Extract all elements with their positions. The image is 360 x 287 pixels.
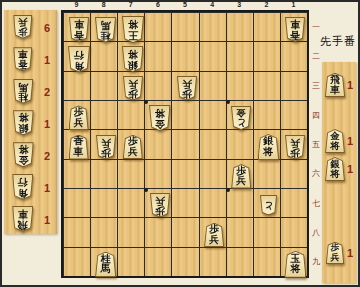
piece-kanji: 兵 bbox=[236, 176, 246, 187]
piece-sente-rook[interactable]: 飛車 bbox=[325, 73, 345, 97]
file-label-5: 5 bbox=[183, 1, 187, 8]
piece-kanji: 香 bbox=[290, 30, 300, 41]
piece-kanji: と bbox=[264, 201, 273, 211]
gote-hand-count-rook: 1 bbox=[44, 214, 50, 226]
piece-kanji: 兵 bbox=[128, 78, 138, 89]
piece-sente-silver[interactable]: 銀将 bbox=[325, 157, 345, 181]
file-label-1: 1 bbox=[291, 1, 295, 8]
piece-25-sente-silver[interactable]: 銀将 bbox=[258, 134, 280, 160]
piece-kanji: 金 bbox=[155, 118, 165, 129]
piece-kanji: 銀 bbox=[18, 123, 28, 134]
gote-hand-count-lance: 1 bbox=[44, 54, 50, 66]
piece-kanji: 兵 bbox=[128, 147, 138, 158]
gote-hand-stand[interactable]: 歩兵6香車1桂馬2銀将1金将2角行1飛車1 bbox=[4, 10, 57, 234]
piece-27-gote-tokin[interactable]: と bbox=[260, 195, 277, 216]
file-label-2: 2 bbox=[264, 1, 268, 8]
piece-36-sente-pawn[interactable]: 歩兵 bbox=[231, 164, 251, 189]
piece-kanji: 兵 bbox=[209, 235, 219, 246]
piece-89-sente-knight[interactable]: 桂馬 bbox=[95, 252, 116, 278]
gote-hand-count-knight: 2 bbox=[44, 86, 50, 98]
piece-75-sente-pawn[interactable]: 歩兵 bbox=[123, 135, 143, 160]
shogi-app-window: { "game": "shogi", "turn_indicator": "先手… bbox=[0, 0, 360, 287]
piece-kanji: 将 bbox=[290, 264, 300, 275]
piece-kanji: 兵 bbox=[74, 118, 84, 129]
file-label-3: 3 bbox=[237, 1, 241, 8]
piece-kanji: 兵 bbox=[155, 195, 165, 206]
gote-hand-count-pawn: 6 bbox=[44, 22, 50, 34]
piece-kanji: 車 bbox=[18, 49, 28, 59]
rank-label-5: 五 bbox=[311, 139, 321, 150]
sente-hand-count-silver: 1 bbox=[347, 163, 353, 175]
rank-label-2: 二 bbox=[311, 51, 321, 62]
piece-gote-lance[interactable]: 香車 bbox=[13, 47, 32, 71]
piece-kanji: 将 bbox=[330, 169, 339, 179]
piece-kanji: 兵 bbox=[291, 136, 301, 147]
piece-kanji: 将 bbox=[330, 141, 339, 151]
piece-kanji: 歩 bbox=[128, 88, 138, 99]
piece-kanji: 将 bbox=[128, 48, 138, 59]
piece-kanji: 将 bbox=[128, 19, 138, 30]
piece-kanji: 車 bbox=[18, 208, 28, 219]
rank-label-3: 三 bbox=[311, 80, 321, 91]
piece-kanji: 歩 bbox=[291, 147, 301, 158]
sente-hand-count-gold: 1 bbox=[347, 135, 353, 147]
piece-15-gote-pawn[interactable]: 歩兵 bbox=[285, 135, 305, 160]
piece-kanji: 歩 bbox=[155, 206, 165, 217]
piece-gote-pawn[interactable]: 歩兵 bbox=[13, 15, 32, 39]
file-label-9: 9 bbox=[75, 1, 79, 8]
gote-hand-count-bishop: 1 bbox=[44, 182, 50, 194]
piece-kanji: 将 bbox=[155, 107, 165, 118]
piece-53-gote-pawn[interactable]: 歩兵 bbox=[177, 76, 197, 101]
piece-72-gote-silver[interactable]: 銀将 bbox=[122, 46, 144, 72]
piece-kanji: 兵 bbox=[101, 136, 111, 147]
piece-kanji: 歩 bbox=[18, 27, 27, 37]
piece-kanji: 将 bbox=[263, 147, 273, 158]
sente-hand-count-pawn: 1 bbox=[347, 247, 353, 259]
hoshi-star-point bbox=[226, 188, 230, 192]
piece-kanji: 行 bbox=[74, 48, 84, 59]
piece-kanji: 馬 bbox=[101, 19, 111, 30]
rank-label-9: 九 bbox=[311, 256, 321, 267]
piece-81-gote-knight[interactable]: 桂馬 bbox=[95, 17, 116, 43]
piece-kanji: 歩 bbox=[101, 147, 111, 158]
piece-kanji: 香 bbox=[18, 59, 28, 69]
piece-kanji: 兵 bbox=[18, 17, 27, 27]
piece-34-gote-tokin[interactable]: と金 bbox=[231, 106, 251, 130]
file-label-7: 7 bbox=[129, 1, 133, 8]
piece-gote-bishop[interactable]: 角行 bbox=[12, 174, 33, 200]
gote-hand-count-silver: 1 bbox=[44, 118, 50, 130]
piece-71-gote-king[interactable]: 王将 bbox=[122, 16, 144, 43]
piece-kanji: 行 bbox=[18, 176, 28, 187]
file-label-6: 6 bbox=[156, 1, 160, 8]
file-label-8: 8 bbox=[102, 1, 106, 8]
piece-94-sente-pawn[interactable]: 歩兵 bbox=[69, 105, 89, 130]
piece-11-gote-lance[interactable]: 香車 bbox=[285, 17, 305, 42]
piece-kanji: 兵 bbox=[182, 78, 192, 89]
piece-kanji: 桂 bbox=[18, 91, 28, 102]
piece-gote-gold[interactable]: 金将 bbox=[13, 142, 34, 167]
piece-kanji: 香 bbox=[74, 30, 84, 41]
file-label-4: 4 bbox=[210, 1, 214, 8]
piece-kanji: 車 bbox=[330, 85, 340, 95]
piece-19-sente-king[interactable]: 玉将 bbox=[284, 251, 306, 278]
piece-64-gote-gold[interactable]: 金将 bbox=[149, 105, 171, 131]
rank-label-1: 一 bbox=[311, 21, 321, 32]
piece-kanji: 兵 bbox=[331, 253, 340, 263]
piece-67-gote-pawn[interactable]: 歩兵 bbox=[150, 193, 170, 218]
rank-label-6: 六 bbox=[311, 168, 321, 179]
piece-73-gote-pawn[interactable]: 歩兵 bbox=[123, 76, 143, 101]
piece-kanji: 王 bbox=[128, 30, 138, 41]
sente-hand-count-rook: 1 bbox=[347, 79, 353, 91]
piece-48-sente-pawn[interactable]: 歩兵 bbox=[204, 223, 224, 248]
piece-kanji: 角 bbox=[18, 187, 28, 198]
piece-kanji: 将 bbox=[18, 144, 28, 155]
turn-indicator: 先手番 bbox=[320, 34, 358, 49]
piece-kanji: 飛 bbox=[18, 219, 28, 230]
piece-kanji: 車 bbox=[290, 19, 300, 30]
piece-92-gote-bishop[interactable]: 角行 bbox=[68, 46, 90, 73]
piece-kanji: 角 bbox=[74, 59, 84, 70]
piece-kanji: 桂 bbox=[101, 30, 111, 41]
piece-sente-gold[interactable]: 金将 bbox=[325, 129, 345, 153]
piece-kanji: 馬 bbox=[101, 264, 111, 275]
piece-kanji: 馬 bbox=[18, 80, 28, 91]
piece-85-gote-pawn[interactable]: 歩兵 bbox=[96, 135, 116, 160]
piece-91-gote-lance[interactable]: 香車 bbox=[69, 17, 89, 42]
piece-sente-pawn[interactable]: 歩兵 bbox=[326, 242, 344, 265]
piece-kanji: 金 bbox=[236, 107, 246, 117]
piece-95-sente-lance[interactable]: 香車 bbox=[69, 135, 89, 160]
rank-label-4: 四 bbox=[311, 109, 321, 120]
piece-gote-knight[interactable]: 桂馬 bbox=[13, 79, 33, 104]
piece-kanji: 車 bbox=[74, 19, 84, 30]
gote-hand-count-gold: 2 bbox=[44, 150, 50, 162]
piece-kanji: 銀 bbox=[128, 59, 138, 70]
hoshi-star-point bbox=[226, 100, 230, 104]
rank-label-8: 八 bbox=[311, 227, 321, 238]
shogi-board[interactable]: 香車桂馬王将香車角行銀将歩兵歩兵歩兵金将と金香車歩兵歩兵銀将歩兵歩兵歩兵と歩兵桂… bbox=[61, 10, 309, 278]
piece-gote-rook[interactable]: 飛車 bbox=[12, 206, 33, 232]
piece-gote-silver[interactable]: 銀将 bbox=[13, 110, 34, 135]
piece-kanji: 金 bbox=[18, 155, 28, 166]
piece-kanji: と bbox=[236, 118, 246, 128]
piece-kanji: 将 bbox=[18, 112, 28, 123]
rank-label-7: 七 bbox=[311, 197, 321, 208]
piece-kanji: 歩 bbox=[182, 88, 192, 99]
sente-hand-stand[interactable]: 飛車1金将1銀将1歩兵1 bbox=[322, 62, 356, 283]
piece-kanji: 車 bbox=[74, 147, 84, 158]
